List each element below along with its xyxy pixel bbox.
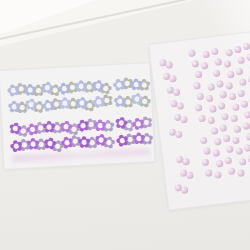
round-bead	[214, 138, 222, 146]
round-bead	[201, 158, 209, 166]
round-bead	[229, 93, 237, 101]
round-bead	[227, 71, 235, 79]
flower-cabochon: ✿	[77, 134, 95, 151]
round-bead	[216, 80, 224, 88]
round-bead	[232, 103, 240, 111]
round-bead	[201, 62, 209, 70]
flower-rows: ✿✿✿✿✿✿✿✿✿✿✿✿✿✿✿✿✿✿✿✿✿✿✿✿✿✿✿✿✿✿✿✿	[6, 75, 154, 153]
bead-sheet	[148, 29, 250, 211]
round-bead	[176, 102, 184, 110]
round-bead	[236, 68, 244, 76]
flower-cabochon: ✿	[93, 131, 113, 150]
round-bead	[235, 147, 243, 155]
round-bead	[246, 133, 250, 141]
round-bead	[221, 113, 229, 121]
round-bead	[182, 158, 190, 166]
round-bead	[202, 51, 210, 59]
round-bead	[214, 171, 222, 179]
flower-cabochon: ✿	[90, 92, 111, 112]
round-bead	[223, 135, 231, 143]
round-bead	[193, 82, 201, 90]
round-bead	[181, 186, 189, 194]
round-bead	[216, 160, 224, 168]
round-bead	[249, 97, 250, 105]
round-bead	[196, 93, 204, 101]
round-bead	[242, 122, 250, 130]
round-bead	[249, 64, 250, 72]
round-bead	[188, 49, 196, 57]
round-bead	[198, 115, 206, 123]
round-bead	[211, 127, 219, 135]
round-bead	[241, 100, 249, 108]
round-bead	[239, 158, 247, 166]
flower-cabochon: ✿	[132, 130, 150, 147]
photo-canvas: ✿✿✿✿✿✿✿✿✿✿✿✿✿✿✿✿✿✿✿✿✿✿✿✿✿✿✿✿✿✿✿✿	[0, 0, 250, 250]
round-bead	[246, 53, 250, 61]
round-bead	[213, 69, 221, 77]
round-bead	[200, 137, 208, 145]
round-bead	[232, 137, 240, 145]
round-bead	[207, 83, 215, 91]
round-bead	[226, 145, 234, 153]
round-bead	[191, 60, 199, 68]
flower-row: ✿✿✿✿✿✿✿✿	[7, 91, 152, 115]
round-bead	[225, 49, 233, 57]
round-bead	[244, 111, 250, 119]
flower-cabochon: ✿	[113, 93, 131, 110]
flower-cabochon: ✿	[129, 90, 149, 109]
round-bead	[247, 155, 250, 163]
round-bead	[169, 75, 177, 83]
round-bead	[225, 82, 233, 90]
round-bead	[237, 56, 245, 64]
round-bead	[248, 75, 250, 83]
round-bead	[218, 102, 226, 110]
round-bead	[214, 58, 222, 66]
round-bead	[237, 90, 245, 98]
flower-cabochon-sheet: ✿✿✿✿✿✿✿✿✿✿✿✿✿✿✿✿✿✿✿✿✿✿✿✿✿✿✿✿✿✿✿✿	[0, 62, 156, 170]
round-bead	[173, 88, 181, 96]
round-bead	[195, 104, 203, 112]
round-bead	[212, 149, 220, 157]
round-bead	[237, 169, 245, 177]
round-bead	[219, 91, 227, 99]
round-bead	[207, 116, 215, 124]
round-bead	[180, 116, 188, 124]
round-bead	[206, 94, 214, 102]
round-bead	[228, 167, 236, 175]
round-bead	[224, 60, 232, 68]
round-bead	[195, 71, 203, 79]
round-bead	[234, 46, 242, 54]
round-bead	[234, 125, 242, 133]
round-bead	[186, 171, 194, 179]
round-bead	[219, 124, 227, 132]
round-bead	[175, 131, 183, 139]
round-bead	[209, 105, 217, 113]
round-bead	[244, 144, 250, 152]
round-bead	[239, 78, 247, 86]
round-bead	[243, 43, 250, 51]
round-bead	[224, 157, 232, 165]
round-bead	[203, 147, 211, 155]
round-bead	[165, 61, 173, 69]
flower-cabochon: ✿	[7, 99, 25, 116]
round-bead	[230, 115, 238, 123]
round-bead	[205, 169, 213, 177]
round-bead	[211, 48, 219, 56]
